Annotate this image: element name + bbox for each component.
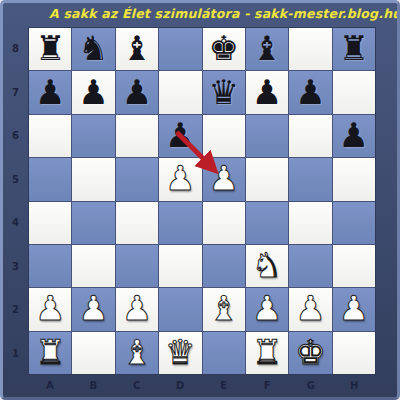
square-c5[interactable] — [116, 158, 158, 200]
piece-white-pawn[interactable]: ♟ — [78, 291, 108, 325]
chess-board-window: A sakk az Élet szimulátora - sakk-mester… — [0, 0, 400, 400]
square-g2[interactable]: ♟ — [289, 288, 331, 330]
file-label-b: B — [72, 375, 116, 395]
square-b3[interactable] — [72, 245, 114, 287]
square-f1[interactable]: ♜ — [246, 332, 288, 374]
square-e6[interactable] — [203, 115, 245, 157]
piece-white-bishop[interactable]: ♝ — [208, 291, 238, 325]
square-a2[interactable]: ♟ — [29, 288, 71, 330]
piece-black-pawn[interactable]: ♟ — [35, 75, 65, 109]
rank-label-7: 7 — [3, 71, 28, 115]
square-c2[interactable]: ♟ — [116, 288, 158, 330]
square-c6[interactable] — [116, 115, 158, 157]
square-c3[interactable] — [116, 245, 158, 287]
rank-label-6: 6 — [3, 114, 28, 158]
square-a7[interactable]: ♟ — [29, 71, 71, 113]
piece-black-rook[interactable]: ♜ — [35, 31, 65, 65]
piece-black-pawn[interactable]: ♟ — [165, 118, 195, 152]
piece-white-rook[interactable]: ♜ — [252, 335, 282, 369]
square-h6[interactable]: ♟ — [333, 115, 375, 157]
square-g1[interactable]: ♚ — [289, 332, 331, 374]
square-c1[interactable]: ♝ — [116, 332, 158, 374]
square-h1[interactable] — [333, 332, 375, 374]
rank-label-3: 3 — [3, 245, 28, 289]
piece-black-pawn[interactable]: ♟ — [122, 75, 152, 109]
square-f3[interactable]: ♞ — [246, 245, 288, 287]
piece-black-queen[interactable]: ♛ — [208, 75, 238, 109]
square-g7[interactable]: ♟ — [289, 71, 331, 113]
square-d4[interactable] — [159, 202, 201, 244]
square-b8[interactable]: ♞ — [72, 28, 114, 70]
file-label-g: G — [289, 375, 333, 395]
square-e5[interactable]: ♟ — [203, 158, 245, 200]
square-h8[interactable]: ♜ — [333, 28, 375, 70]
square-f7[interactable]: ♟ — [246, 71, 288, 113]
square-f6[interactable] — [246, 115, 288, 157]
square-e2[interactable]: ♝ — [203, 288, 245, 330]
piece-black-rook[interactable]: ♜ — [339, 31, 369, 65]
square-d2[interactable] — [159, 288, 201, 330]
square-b6[interactable] — [72, 115, 114, 157]
square-f8[interactable]: ♝ — [246, 28, 288, 70]
piece-black-bishop[interactable]: ♝ — [252, 31, 282, 65]
square-c4[interactable] — [116, 202, 158, 244]
square-e7[interactable]: ♛ — [203, 71, 245, 113]
page-title: A sakk az Élet szimulátora - sakk-mester… — [3, 6, 397, 26]
rank-label-8: 8 — [3, 27, 28, 71]
piece-white-knight[interactable]: ♞ — [252, 248, 282, 282]
square-a3[interactable] — [29, 245, 71, 287]
piece-white-pawn[interactable]: ♟ — [295, 291, 325, 325]
file-label-h: H — [333, 375, 377, 395]
file-label-e: E — [202, 375, 246, 395]
piece-black-pawn[interactable]: ♟ — [295, 75, 325, 109]
square-d5[interactable]: ♟ — [159, 158, 201, 200]
file-label-c: C — [115, 375, 159, 395]
file-label-d: D — [159, 375, 203, 395]
rank-label-5: 5 — [3, 158, 28, 202]
piece-white-pawn[interactable]: ♟ — [252, 291, 282, 325]
square-f4[interactable] — [246, 202, 288, 244]
piece-white-pawn[interactable]: ♟ — [208, 161, 238, 195]
square-e8[interactable]: ♚ — [203, 28, 245, 70]
piece-white-pawn[interactable]: ♟ — [122, 291, 152, 325]
rank-label-1: 1 — [3, 332, 28, 376]
piece-black-pawn[interactable]: ♟ — [252, 75, 282, 109]
piece-white-pawn[interactable]: ♟ — [165, 161, 195, 195]
square-d7[interactable] — [159, 71, 201, 113]
piece-black-pawn[interactable]: ♟ — [78, 75, 108, 109]
piece-white-king[interactable]: ♚ — [295, 335, 325, 369]
square-b4[interactable] — [72, 202, 114, 244]
square-f2[interactable]: ♟ — [246, 288, 288, 330]
square-h4[interactable] — [333, 202, 375, 244]
square-a5[interactable] — [29, 158, 71, 200]
rank-label-4: 4 — [3, 201, 28, 245]
square-g3[interactable] — [289, 245, 331, 287]
square-a6[interactable] — [29, 115, 71, 157]
square-d8[interactable] — [159, 28, 201, 70]
square-b7[interactable]: ♟ — [72, 71, 114, 113]
square-b5[interactable] — [72, 158, 114, 200]
file-label-f: F — [246, 375, 290, 395]
square-h5[interactable] — [333, 158, 375, 200]
square-e4[interactable] — [203, 202, 245, 244]
square-e1[interactable] — [203, 332, 245, 374]
square-h2[interactable]: ♟ — [333, 288, 375, 330]
piece-white-pawn[interactable]: ♟ — [35, 291, 65, 325]
file-label-a: A — [28, 375, 72, 395]
chess-board: ♜♞♝♚♝♜♟♟♟♛♟♟♟♟♟♟♞♟♟♟♝♟♟♟♜♝♛♜♚ — [28, 27, 376, 375]
square-a1[interactable]: ♜ — [29, 332, 71, 374]
square-g4[interactable] — [289, 202, 331, 244]
square-c7[interactable]: ♟ — [116, 71, 158, 113]
piece-black-pawn[interactable]: ♟ — [339, 118, 369, 152]
piece-black-knight[interactable]: ♞ — [78, 31, 108, 65]
square-g6[interactable] — [289, 115, 331, 157]
square-d1[interactable]: ♛ — [159, 332, 201, 374]
square-a8[interactable]: ♜ — [29, 28, 71, 70]
piece-black-king[interactable]: ♚ — [208, 31, 238, 65]
piece-white-bishop[interactable]: ♝ — [122, 335, 152, 369]
square-b2[interactable]: ♟ — [72, 288, 114, 330]
square-a4[interactable] — [29, 202, 71, 244]
square-e3[interactable] — [203, 245, 245, 287]
piece-white-rook[interactable]: ♜ — [35, 335, 65, 369]
square-b1[interactable] — [72, 332, 114, 374]
piece-white-pawn[interactable]: ♟ — [339, 291, 369, 325]
square-c8[interactable]: ♝ — [116, 28, 158, 70]
square-h7[interactable] — [333, 71, 375, 113]
piece-black-bishop[interactable]: ♝ — [122, 31, 152, 65]
square-g8[interactable] — [289, 28, 331, 70]
square-h3[interactable] — [333, 245, 375, 287]
square-f5[interactable] — [246, 158, 288, 200]
square-d6[interactable]: ♟ — [159, 115, 201, 157]
piece-white-queen[interactable]: ♛ — [165, 335, 195, 369]
square-d3[interactable] — [159, 245, 201, 287]
square-g5[interactable] — [289, 158, 331, 200]
rank-label-2: 2 — [3, 288, 28, 332]
